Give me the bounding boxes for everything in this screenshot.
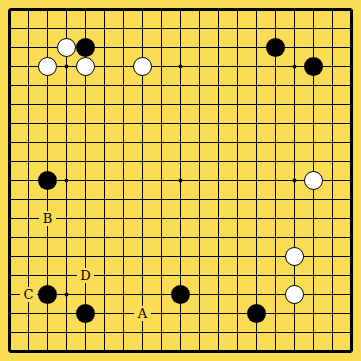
black-stone [266,38,285,57]
point-label-C: C [20,287,37,302]
black-stone [304,57,323,76]
black-stone [76,38,95,57]
black-stone [38,285,57,304]
point-label-D: D [77,268,94,283]
white-stone [133,57,152,76]
white-stone [38,57,57,76]
board-intersections: ABCD [0,0,361,361]
point-label-B: B [39,211,56,226]
white-stone [76,57,95,76]
go-board: ABCD [0,0,361,361]
black-stone [171,285,190,304]
white-stone [285,247,304,266]
black-stone [76,304,95,323]
white-stone [57,38,76,57]
white-stone [304,171,323,190]
black-stone [247,304,266,323]
black-stone [38,171,57,190]
white-stone [285,285,304,304]
point-label-A: A [134,306,151,321]
